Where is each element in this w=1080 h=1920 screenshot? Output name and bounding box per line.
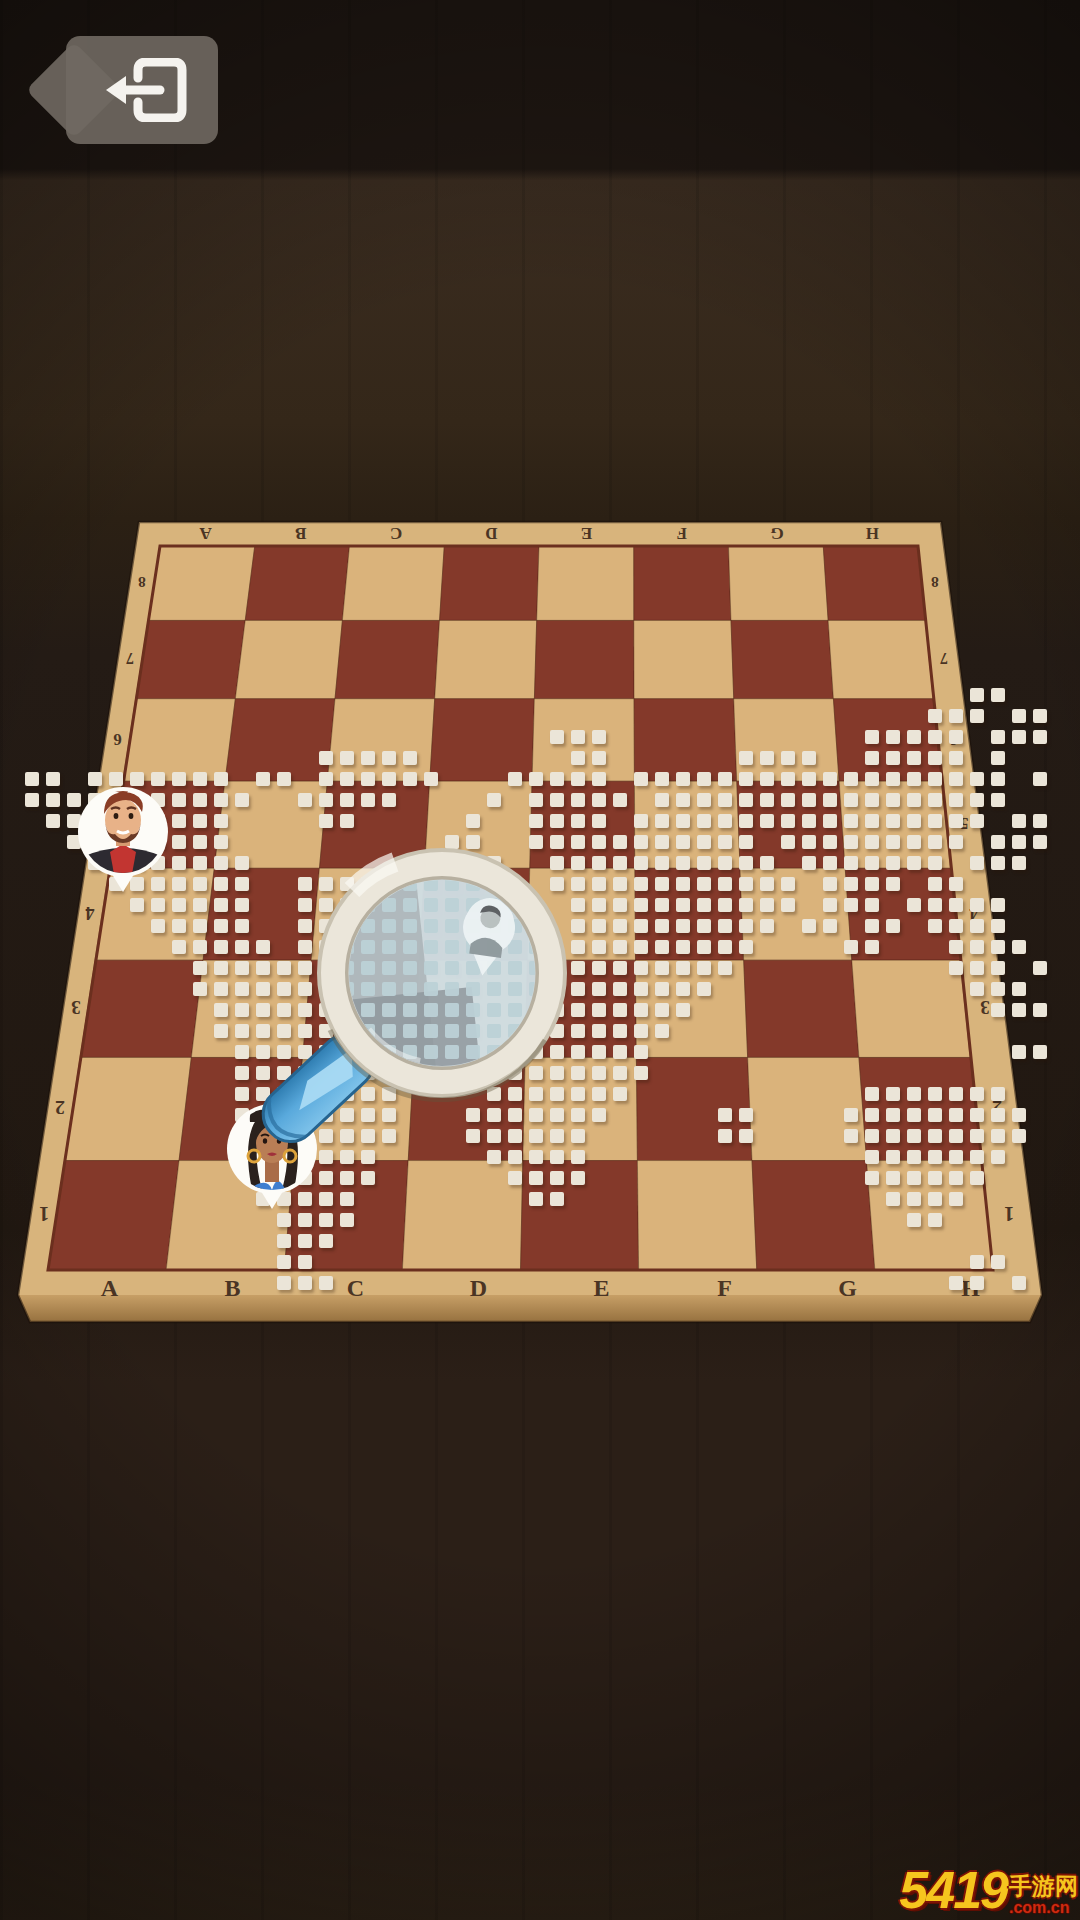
magnified-map-pixel bbox=[571, 1045, 585, 1059]
magnified-map-pixel bbox=[382, 1003, 396, 1017]
magnified-map-pixel bbox=[550, 1087, 564, 1101]
magnified-map-pixel bbox=[487, 1003, 501, 1017]
magnified-map-pixel bbox=[298, 1024, 312, 1038]
magnified-map-pixel bbox=[550, 877, 564, 891]
magnified-map-pixel bbox=[403, 940, 417, 954]
magnified-map-pixel bbox=[550, 1066, 564, 1080]
magnified-map-pixel bbox=[382, 940, 396, 954]
magnified-map-pixel bbox=[445, 898, 459, 912]
magnified-map-pixel bbox=[571, 1087, 585, 1101]
watermark-domain: .com.cn bbox=[1009, 1900, 1069, 1916]
magnified-map-pixel bbox=[550, 898, 564, 912]
magnified-map-pixel bbox=[298, 877, 312, 891]
magnified-map-pixel bbox=[403, 1024, 417, 1038]
magnified-map-pixel bbox=[445, 1045, 459, 1059]
magnified-map-pixel bbox=[466, 982, 480, 996]
magnified-map-pixel bbox=[403, 919, 417, 933]
magnified-map-pixel bbox=[445, 940, 459, 954]
magnified-map-pixel bbox=[466, 1045, 480, 1059]
magnified-map-pixel bbox=[550, 1045, 564, 1059]
magnified-map-pixel bbox=[466, 1024, 480, 1038]
magnified-map-pixel bbox=[361, 982, 375, 996]
magnified-map-pixel bbox=[424, 919, 438, 933]
magnified-map-pixel bbox=[319, 856, 333, 870]
magnified-map-pixel bbox=[424, 1024, 438, 1038]
opponent-avatar-pin bbox=[78, 784, 168, 892]
magnified-map-pixel bbox=[403, 961, 417, 975]
magnified-map-pixel bbox=[382, 919, 396, 933]
watermark-number: 5419 bbox=[899, 1864, 1007, 1916]
magnified-map-pixel bbox=[571, 1066, 585, 1080]
magnified-map-pixel bbox=[403, 1003, 417, 1017]
magnified-map-pixel bbox=[571, 877, 585, 891]
magnified-map-pixel bbox=[550, 856, 564, 870]
magnified-map-pixel bbox=[445, 961, 459, 975]
magnified-map-pixel bbox=[571, 919, 585, 933]
magnified-map-pixel bbox=[298, 1003, 312, 1017]
watermark: 5419 手游网 .com.cn bbox=[899, 1864, 1078, 1916]
magnified-map-pixel bbox=[571, 1024, 585, 1038]
magnified-map-pixel bbox=[340, 856, 354, 870]
magnified-map-pixel bbox=[529, 856, 543, 870]
magnified-map-pixel bbox=[529, 1066, 543, 1080]
magnified-map-pixel bbox=[466, 1003, 480, 1017]
magnified-map-pixel bbox=[424, 940, 438, 954]
magnified-map-pixel bbox=[424, 961, 438, 975]
magnified-map-pixel bbox=[487, 1024, 501, 1038]
matchmaking-screen: ABCDEFGHABCDEFGH8877665544332211 bbox=[0, 0, 1080, 1920]
magnified-map-pixel bbox=[298, 919, 312, 933]
exit-arrow-left-icon bbox=[98, 58, 194, 122]
magnified-map-pixel bbox=[298, 982, 312, 996]
magnified-map-pixel bbox=[508, 1087, 522, 1101]
magnified-map-pixel bbox=[361, 1087, 375, 1101]
magnified-map-pixel bbox=[403, 898, 417, 912]
magnified-map-pixel bbox=[298, 856, 312, 870]
magnified-map-pixel bbox=[424, 982, 438, 996]
magnified-map-pixel bbox=[403, 982, 417, 996]
magnified-map-pixel bbox=[298, 1045, 312, 1059]
magnified-map-pixel bbox=[424, 1045, 438, 1059]
magnified-map-pixel bbox=[508, 1003, 522, 1017]
magnified-map-pixel bbox=[319, 877, 333, 891]
magnified-map-pixel bbox=[487, 982, 501, 996]
magnified-map-pixel bbox=[508, 961, 522, 975]
magnified-map-pixel bbox=[571, 1003, 585, 1017]
back-button[interactable] bbox=[36, 36, 218, 144]
magnified-map-pixel bbox=[424, 898, 438, 912]
magnified-map-pixel bbox=[508, 856, 522, 870]
search-magnifier-icon bbox=[252, 763, 653, 1152]
watermark-chinese: 手游网 bbox=[1009, 1875, 1078, 1898]
magnified-map-pixel bbox=[529, 1087, 543, 1101]
overlay-graphics bbox=[0, 0, 1080, 1920]
magnified-map-pixel bbox=[298, 961, 312, 975]
magnified-map-pixel bbox=[424, 1003, 438, 1017]
magnified-map-pixel bbox=[382, 1024, 396, 1038]
magnified-map-pixel bbox=[445, 919, 459, 933]
magnified-map-pixel bbox=[571, 856, 585, 870]
magnified-map-pixel bbox=[445, 982, 459, 996]
magnified-map-pixel bbox=[361, 961, 375, 975]
magnified-map-pixel bbox=[298, 898, 312, 912]
magnified-map-pixel bbox=[319, 898, 333, 912]
magnified-map-pixel bbox=[298, 940, 312, 954]
magnified-map-pixel bbox=[382, 982, 396, 996]
magnified-map-pixel bbox=[361, 1003, 375, 1017]
magnified-map-pixel bbox=[361, 940, 375, 954]
magnified-map-pixel bbox=[445, 1003, 459, 1017]
magnified-map-pixel bbox=[382, 961, 396, 975]
magnified-map-pixel bbox=[445, 1024, 459, 1038]
magnified-map-pixel bbox=[508, 982, 522, 996]
magnified-map-pixel bbox=[571, 940, 585, 954]
magnified-map-pixel bbox=[571, 961, 585, 975]
magnified-map-pixel bbox=[571, 898, 585, 912]
magnified-map-pixel bbox=[571, 982, 585, 996]
